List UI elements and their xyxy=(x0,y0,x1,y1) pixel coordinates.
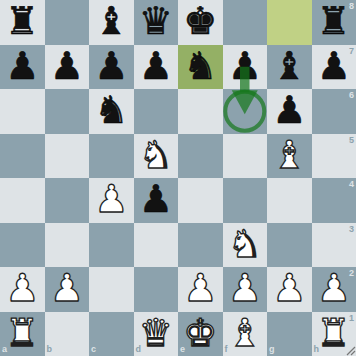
square-h3[interactable]: 3 xyxy=(312,223,356,268)
square-c5[interactable] xyxy=(89,134,134,179)
piece-bp-d4[interactable]: ♟ xyxy=(134,178,179,223)
piece-bp-d7[interactable]: ♟ xyxy=(134,45,179,90)
square-a3[interactable] xyxy=(0,223,45,268)
piece-bp-b7[interactable]: ♟ xyxy=(45,45,90,90)
coord-file-b: b xyxy=(47,345,53,354)
square-b1[interactable]: b xyxy=(45,312,90,357)
piece-bb-c8[interactable]: ♝ xyxy=(89,0,134,45)
square-b8[interactable] xyxy=(45,0,90,45)
piece-wn-d5[interactable]: ♞ xyxy=(134,134,179,179)
square-c4[interactable]: ♟ xyxy=(89,178,134,223)
square-d1[interactable]: ♛d xyxy=(134,312,179,357)
board-frame: ♜♝♛♚♜8♟♟♟♟♞♟♝♟7♞♟6♞♝5♟♟4♞3♟♟♟♟♟♟2♜abc♛d♚… xyxy=(0,0,356,356)
square-f8[interactable] xyxy=(223,0,268,45)
square-c7[interactable]: ♟ xyxy=(89,45,134,90)
square-e3[interactable] xyxy=(178,223,223,268)
square-g4[interactable] xyxy=(267,178,312,223)
piece-bp-c7[interactable]: ♟ xyxy=(89,45,134,90)
chess-board: ♜♝♛♚♜8♟♟♟♟♞♟♝♟7♞♟6♞♝5♟♟4♞3♟♟♟♟♟♟2♜abc♛d♚… xyxy=(0,0,356,356)
coord-file-c: c xyxy=(91,345,96,354)
square-a5[interactable] xyxy=(0,134,45,179)
piece-br-a8[interactable]: ♜ xyxy=(0,0,45,45)
square-h5[interactable]: 5 xyxy=(312,134,356,179)
piece-wk-e1[interactable]: ♚ xyxy=(178,312,223,357)
square-f6[interactable] xyxy=(223,89,268,134)
coord-rank-3: 3 xyxy=(349,225,354,234)
square-e1[interactable]: ♚e xyxy=(178,312,223,357)
piece-wn-f3[interactable]: ♞ xyxy=(223,223,268,268)
square-d6[interactable] xyxy=(134,89,179,134)
coord-rank-5: 5 xyxy=(349,136,354,145)
piece-bb-g7[interactable]: ♝ xyxy=(267,45,312,90)
piece-wp-f2[interactable]: ♟ xyxy=(223,267,268,312)
square-c8[interactable]: ♝ xyxy=(89,0,134,45)
square-f4[interactable] xyxy=(223,178,268,223)
piece-br-h8[interactable]: ♜ xyxy=(312,0,356,45)
square-a7[interactable]: ♟ xyxy=(0,45,45,90)
piece-wp-c4[interactable]: ♟ xyxy=(89,178,134,223)
square-e6[interactable] xyxy=(178,89,223,134)
square-e7[interactable]: ♞ xyxy=(178,45,223,90)
piece-wp-e2[interactable]: ♟ xyxy=(178,267,223,312)
square-h4[interactable]: 4 xyxy=(312,178,356,223)
piece-wq-d1[interactable]: ♛ xyxy=(134,312,179,357)
square-a1[interactable]: ♜a xyxy=(0,312,45,357)
piece-wp-h2[interactable]: ♟ xyxy=(312,267,356,312)
square-d4[interactable]: ♟ xyxy=(134,178,179,223)
square-d2[interactable] xyxy=(134,267,179,312)
square-f3[interactable]: ♞ xyxy=(223,223,268,268)
coord-file-g: g xyxy=(269,345,275,354)
square-c6[interactable]: ♞ xyxy=(89,89,134,134)
square-d3[interactable] xyxy=(134,223,179,268)
square-f2[interactable]: ♟ xyxy=(223,267,268,312)
square-e5[interactable] xyxy=(178,134,223,179)
piece-wb-f1[interactable]: ♝ xyxy=(223,312,268,357)
square-g8[interactable] xyxy=(267,0,312,45)
square-b6[interactable] xyxy=(45,89,90,134)
piece-bn-e7[interactable]: ♞ xyxy=(178,45,223,90)
square-h6[interactable]: 6 xyxy=(312,89,356,134)
piece-bk-e8[interactable]: ♚ xyxy=(178,0,223,45)
square-e4[interactable] xyxy=(178,178,223,223)
square-g1[interactable]: g xyxy=(267,312,312,357)
piece-wr-a1[interactable]: ♜ xyxy=(0,312,45,357)
square-h7[interactable]: ♟7 xyxy=(312,45,356,90)
square-g2[interactable]: ♟ xyxy=(267,267,312,312)
square-e2[interactable]: ♟ xyxy=(178,267,223,312)
board-resize-handle[interactable] xyxy=(344,344,356,356)
piece-bp-a7[interactable]: ♟ xyxy=(0,45,45,90)
square-b2[interactable]: ♟ xyxy=(45,267,90,312)
square-g7[interactable]: ♝ xyxy=(267,45,312,90)
square-h2[interactable]: ♟2 xyxy=(312,267,356,312)
square-g5[interactable]: ♝ xyxy=(267,134,312,179)
square-b3[interactable] xyxy=(45,223,90,268)
square-f5[interactable] xyxy=(223,134,268,179)
square-c1[interactable]: c xyxy=(89,312,134,357)
piece-bp-g6[interactable]: ♟ xyxy=(267,89,312,134)
piece-wp-g2[interactable]: ♟ xyxy=(267,267,312,312)
square-g3[interactable] xyxy=(267,223,312,268)
piece-bn-c6[interactable]: ♞ xyxy=(89,89,134,134)
square-e8[interactable]: ♚ xyxy=(178,0,223,45)
square-a8[interactable]: ♜ xyxy=(0,0,45,45)
coord-rank-4: 4 xyxy=(349,180,354,189)
piece-bq-d8[interactable]: ♛ xyxy=(134,0,179,45)
square-f1[interactable]: ♝f xyxy=(223,312,268,357)
piece-wb-g5[interactable]: ♝ xyxy=(267,134,312,179)
piece-bp-f7[interactable]: ♟ xyxy=(223,45,268,90)
coord-rank-6: 6 xyxy=(349,91,354,100)
square-c2[interactable] xyxy=(89,267,134,312)
square-a4[interactable] xyxy=(0,178,45,223)
square-d5[interactable]: ♞ xyxy=(134,134,179,179)
piece-wp-a2[interactable]: ♟ xyxy=(0,267,45,312)
square-d7[interactable]: ♟ xyxy=(134,45,179,90)
square-c3[interactable] xyxy=(89,223,134,268)
square-f7[interactable]: ♟ xyxy=(223,45,268,90)
square-b7[interactable]: ♟ xyxy=(45,45,90,90)
piece-wp-b2[interactable]: ♟ xyxy=(45,267,90,312)
square-h8[interactable]: ♜8 xyxy=(312,0,356,45)
square-b5[interactable] xyxy=(45,134,90,179)
piece-bp-h7[interactable]: ♟ xyxy=(312,45,356,90)
square-g6[interactable]: ♟ xyxy=(267,89,312,134)
square-b4[interactable] xyxy=(45,178,90,223)
square-a2[interactable]: ♟ xyxy=(0,267,45,312)
square-d8[interactable]: ♛ xyxy=(134,0,179,45)
square-a6[interactable] xyxy=(0,89,45,134)
